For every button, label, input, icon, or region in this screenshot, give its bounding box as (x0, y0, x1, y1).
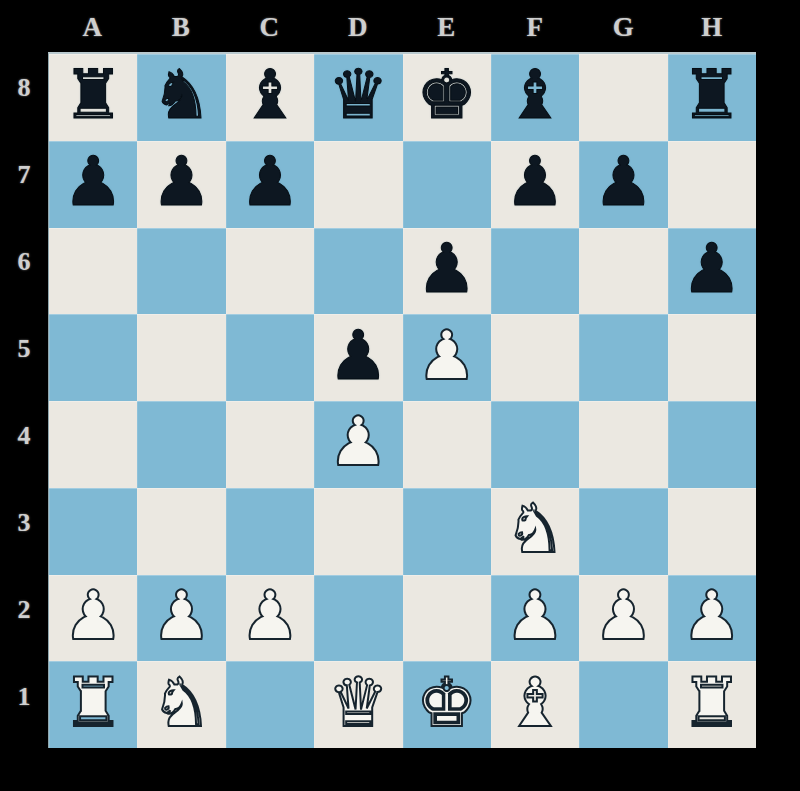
square-h5[interactable] (668, 314, 756, 401)
black-king-e8: ♚ (416, 61, 477, 129)
black-pawn-e6: ♟ (416, 235, 477, 303)
square-d4[interactable]: ♟ (314, 401, 402, 488)
white-knight-f3: ♞ (505, 495, 566, 563)
video-frame: A B C D E F G H 8 7 6 5 4 3 2 1 ♜♞♝♛♚♝♜♟… (0, 0, 800, 791)
file-label-c: C (260, 12, 280, 43)
square-g1[interactable] (579, 661, 667, 748)
square-f5[interactable] (491, 314, 579, 401)
rank-label-1: 1 (18, 682, 31, 712)
square-g2[interactable]: ♟ (579, 575, 667, 662)
square-g6[interactable] (579, 228, 667, 315)
black-bishop-f8: ♝ (505, 61, 566, 129)
square-c4[interactable] (226, 401, 314, 488)
square-b4[interactable] (137, 401, 225, 488)
square-e3[interactable] (403, 488, 491, 575)
square-d5[interactable]: ♟ (314, 314, 402, 401)
square-g4[interactable] (579, 401, 667, 488)
file-label-f: F (527, 12, 544, 43)
square-c6[interactable] (226, 228, 314, 315)
black-pawn-f7: ♟ (505, 148, 566, 216)
white-queen-d1: ♛ (328, 669, 389, 737)
rank-label-8: 8 (18, 73, 31, 103)
white-knight-b1: ♞ (151, 669, 212, 737)
black-pawn-c7: ♟ (239, 148, 300, 216)
square-a7[interactable]: ♟ (49, 141, 137, 228)
white-king-e1: ♚ (416, 669, 477, 737)
square-f1[interactable]: ♝ (491, 661, 579, 748)
file-labels: A B C D E F G H (48, 0, 756, 50)
black-pawn-g7: ♟ (593, 148, 654, 216)
black-knight-b8: ♞ (151, 61, 212, 129)
square-e8[interactable]: ♚ (403, 54, 491, 141)
square-d8[interactable]: ♛ (314, 54, 402, 141)
square-f7[interactable]: ♟ (491, 141, 579, 228)
black-rook-h8: ♜ (681, 61, 742, 129)
square-h3[interactable] (668, 488, 756, 575)
square-c3[interactable] (226, 488, 314, 575)
square-d1[interactable]: ♛ (314, 661, 402, 748)
black-pawn-b7: ♟ (151, 148, 212, 216)
file-label-h: H (701, 12, 722, 43)
square-g8[interactable] (579, 54, 667, 141)
white-pawn-g2: ♟ (593, 582, 654, 650)
square-b8[interactable]: ♞ (137, 54, 225, 141)
white-pawn-f2: ♟ (505, 582, 566, 650)
black-queen-d8: ♛ (328, 61, 389, 129)
square-e1[interactable]: ♚ (403, 661, 491, 748)
white-pawn-c2: ♟ (239, 582, 300, 650)
square-f3[interactable]: ♞ (491, 488, 579, 575)
rank-label-6: 6 (18, 247, 31, 277)
white-rook-a1: ♜ (63, 669, 124, 737)
square-d6[interactable] (314, 228, 402, 315)
file-label-e: E (437, 12, 455, 43)
file-label-g: G (613, 12, 634, 43)
black-bishop-c8: ♝ (239, 61, 300, 129)
square-f8[interactable]: ♝ (491, 54, 579, 141)
square-b5[interactable] (137, 314, 225, 401)
square-h1[interactable]: ♜ (668, 661, 756, 748)
square-e4[interactable] (403, 401, 491, 488)
square-a4[interactable] (49, 401, 137, 488)
square-a6[interactable] (49, 228, 137, 315)
rank-label-4: 4 (18, 421, 31, 451)
black-pawn-h6: ♟ (681, 235, 742, 303)
square-b7[interactable]: ♟ (137, 141, 225, 228)
white-pawn-h2: ♟ (681, 582, 742, 650)
white-pawn-a2: ♟ (63, 582, 124, 650)
square-h6[interactable]: ♟ (668, 228, 756, 315)
square-a5[interactable] (49, 314, 137, 401)
square-h7[interactable] (668, 141, 756, 228)
square-h8[interactable]: ♜ (668, 54, 756, 141)
chess-board: ♜♞♝♛♚♝♜♟♟♟♟♟♟♟♟♟♟♞♟♟♟♟♟♟♜♞♛♚♝♜ (48, 52, 756, 748)
square-f6[interactable] (491, 228, 579, 315)
file-label-a: A (83, 12, 103, 43)
rank-label-5: 5 (18, 334, 31, 364)
rank-label-7: 7 (18, 160, 31, 190)
square-c1[interactable] (226, 661, 314, 748)
white-pawn-d4: ♟ (328, 408, 389, 476)
square-a8[interactable]: ♜ (49, 54, 137, 141)
square-g5[interactable] (579, 314, 667, 401)
square-c2[interactable]: ♟ (226, 575, 314, 662)
black-pawn-d5: ♟ (328, 322, 389, 390)
square-b6[interactable] (137, 228, 225, 315)
black-pawn-a7: ♟ (63, 148, 124, 216)
black-rook-a8: ♜ (63, 61, 124, 129)
white-pawn-b2: ♟ (151, 582, 212, 650)
square-a3[interactable] (49, 488, 137, 575)
square-a2[interactable]: ♟ (49, 575, 137, 662)
square-h4[interactable] (668, 401, 756, 488)
square-e2[interactable] (403, 575, 491, 662)
square-b1[interactable]: ♞ (137, 661, 225, 748)
file-label-d: D (348, 12, 368, 43)
square-c7[interactable]: ♟ (226, 141, 314, 228)
square-c8[interactable]: ♝ (226, 54, 314, 141)
rank-labels: 8 7 6 5 4 3 2 1 (0, 52, 48, 748)
file-label-b: B (172, 12, 190, 43)
square-d7[interactable] (314, 141, 402, 228)
square-e7[interactable] (403, 141, 491, 228)
white-pawn-e5: ♟ (416, 322, 477, 390)
square-c5[interactable] (226, 314, 314, 401)
square-f4[interactable] (491, 401, 579, 488)
square-h2[interactable]: ♟ (668, 575, 756, 662)
white-bishop-f1: ♝ (505, 669, 566, 737)
square-b3[interactable] (137, 488, 225, 575)
square-g3[interactable] (579, 488, 667, 575)
square-e5[interactable]: ♟ (403, 314, 491, 401)
rank-label-2: 2 (18, 595, 31, 625)
square-d2[interactable] (314, 575, 402, 662)
square-d3[interactable] (314, 488, 402, 575)
square-a1[interactable]: ♜ (49, 661, 137, 748)
square-e6[interactable]: ♟ (403, 228, 491, 315)
square-f2[interactable]: ♟ (491, 575, 579, 662)
rank-label-3: 3 (18, 508, 31, 538)
square-b2[interactable]: ♟ (137, 575, 225, 662)
white-rook-h1: ♜ (681, 669, 742, 737)
square-g7[interactable]: ♟ (579, 141, 667, 228)
